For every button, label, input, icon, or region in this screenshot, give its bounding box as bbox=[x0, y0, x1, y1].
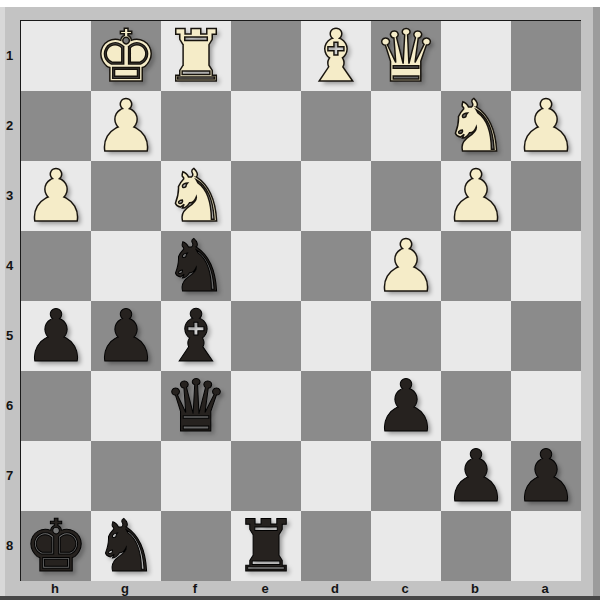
piece-white-king: ♚ bbox=[94, 21, 159, 91]
square-e3[interactable] bbox=[231, 161, 301, 231]
square-a2[interactable]: ♟ bbox=[511, 91, 581, 161]
square-e7[interactable] bbox=[231, 441, 301, 511]
piece-black-pawn: ♟ bbox=[514, 441, 579, 511]
square-d6[interactable] bbox=[301, 371, 371, 441]
piece-white-rook: ♜ bbox=[164, 21, 229, 91]
rank-label-5: 5 bbox=[0, 300, 19, 370]
square-c4[interactable]: ♟ bbox=[371, 231, 441, 301]
square-c3[interactable] bbox=[371, 161, 441, 231]
square-g8[interactable]: ♞ bbox=[91, 511, 161, 581]
square-d3[interactable] bbox=[301, 161, 371, 231]
piece-white-pawn: ♟ bbox=[444, 161, 509, 231]
square-g1[interactable]: ♚ bbox=[91, 21, 161, 91]
piece-black-pawn: ♟ bbox=[24, 301, 89, 371]
file-label-e: e bbox=[230, 580, 300, 597]
square-f5[interactable]: ♝ bbox=[161, 301, 231, 371]
square-a6[interactable] bbox=[511, 371, 581, 441]
square-b3[interactable]: ♟ bbox=[441, 161, 511, 231]
square-b8[interactable] bbox=[441, 511, 511, 581]
square-f7[interactable] bbox=[161, 441, 231, 511]
square-c7[interactable] bbox=[371, 441, 441, 511]
chess-board: ♚♜♝♛♟♞♟♟♞♟♞♟♟♟♝♛♟♟♟♚♞♜ bbox=[20, 20, 581, 581]
piece-white-knight: ♞ bbox=[164, 161, 229, 231]
file-label-g: g bbox=[90, 580, 160, 597]
piece-white-bishop: ♝ bbox=[304, 21, 369, 91]
square-f6[interactable]: ♛ bbox=[161, 371, 231, 441]
file-label-c: c bbox=[370, 580, 440, 597]
frame-right-edge bbox=[593, 7, 600, 600]
square-f4[interactable]: ♞ bbox=[161, 231, 231, 301]
square-f2[interactable] bbox=[161, 91, 231, 161]
square-c1[interactable]: ♛ bbox=[371, 21, 441, 91]
square-a7[interactable]: ♟ bbox=[511, 441, 581, 511]
square-d5[interactable] bbox=[301, 301, 371, 371]
chess-diagram-frame: 12345678 ♚♜♝♛♟♞♟♟♞♟♞♟♟♟♝♛♟♟♟♚♞♜ hgfedcba bbox=[0, 0, 600, 600]
rank-label-3: 3 bbox=[0, 160, 19, 230]
square-b7[interactable]: ♟ bbox=[441, 441, 511, 511]
square-h5[interactable]: ♟ bbox=[21, 301, 91, 371]
square-h1[interactable] bbox=[21, 21, 91, 91]
square-h2[interactable] bbox=[21, 91, 91, 161]
square-f3[interactable]: ♞ bbox=[161, 161, 231, 231]
rank-label-2: 2 bbox=[0, 90, 19, 160]
piece-black-king: ♚ bbox=[24, 511, 89, 581]
square-b5[interactable] bbox=[441, 301, 511, 371]
piece-black-bishop: ♝ bbox=[164, 301, 229, 371]
square-a1[interactable] bbox=[511, 21, 581, 91]
frame-top-edge bbox=[0, 0, 600, 7]
square-d1[interactable]: ♝ bbox=[301, 21, 371, 91]
square-e6[interactable] bbox=[231, 371, 301, 441]
piece-black-knight: ♞ bbox=[164, 231, 229, 301]
square-d2[interactable] bbox=[301, 91, 371, 161]
square-a4[interactable] bbox=[511, 231, 581, 301]
file-label-f: f bbox=[160, 580, 230, 597]
piece-black-pawn: ♟ bbox=[444, 441, 509, 511]
piece-white-queen: ♛ bbox=[374, 21, 439, 91]
square-e4[interactable] bbox=[231, 231, 301, 301]
file-label-d: d bbox=[300, 580, 370, 597]
rank-label-6: 6 bbox=[0, 370, 19, 440]
piece-black-pawn: ♟ bbox=[94, 301, 159, 371]
square-c2[interactable] bbox=[371, 91, 441, 161]
square-b4[interactable] bbox=[441, 231, 511, 301]
square-h6[interactable] bbox=[21, 371, 91, 441]
rank-label-4: 4 bbox=[0, 230, 19, 300]
piece-white-pawn: ♟ bbox=[374, 231, 439, 301]
square-a3[interactable] bbox=[511, 161, 581, 231]
square-e2[interactable] bbox=[231, 91, 301, 161]
piece-black-rook: ♜ bbox=[234, 511, 299, 581]
rank-label-1: 1 bbox=[0, 20, 19, 90]
rank-label-8: 8 bbox=[0, 510, 19, 580]
file-label-b: b bbox=[440, 580, 510, 597]
square-d7[interactable] bbox=[301, 441, 371, 511]
rank-label-7: 7 bbox=[0, 440, 19, 510]
piece-black-pawn: ♟ bbox=[374, 371, 439, 441]
square-h8[interactable]: ♚ bbox=[21, 511, 91, 581]
piece-black-queen: ♛ bbox=[164, 371, 229, 441]
square-g6[interactable] bbox=[91, 371, 161, 441]
square-g2[interactable]: ♟ bbox=[91, 91, 161, 161]
square-d8[interactable] bbox=[301, 511, 371, 581]
square-f1[interactable]: ♜ bbox=[161, 21, 231, 91]
square-g7[interactable] bbox=[91, 441, 161, 511]
file-label-a: a bbox=[510, 580, 580, 597]
square-d4[interactable] bbox=[301, 231, 371, 301]
square-b1[interactable] bbox=[441, 21, 511, 91]
square-c8[interactable] bbox=[371, 511, 441, 581]
square-c6[interactable]: ♟ bbox=[371, 371, 441, 441]
piece-white-pawn: ♟ bbox=[94, 91, 159, 161]
piece-white-pawn: ♟ bbox=[514, 91, 579, 161]
square-h7[interactable] bbox=[21, 441, 91, 511]
square-e1[interactable] bbox=[231, 21, 301, 91]
file-label-h: h bbox=[20, 580, 90, 597]
piece-white-knight: ♞ bbox=[444, 91, 509, 161]
piece-black-knight: ♞ bbox=[94, 511, 159, 581]
square-e5[interactable] bbox=[231, 301, 301, 371]
square-g5[interactable]: ♟ bbox=[91, 301, 161, 371]
square-h3[interactable]: ♟ bbox=[21, 161, 91, 231]
square-g4[interactable] bbox=[91, 231, 161, 301]
piece-white-pawn: ♟ bbox=[24, 161, 89, 231]
square-f8[interactable] bbox=[161, 511, 231, 581]
square-a8[interactable] bbox=[511, 511, 581, 581]
square-b6[interactable] bbox=[441, 371, 511, 441]
square-e8[interactable]: ♜ bbox=[231, 511, 301, 581]
square-b2[interactable]: ♞ bbox=[441, 91, 511, 161]
square-c5[interactable] bbox=[371, 301, 441, 371]
square-g3[interactable] bbox=[91, 161, 161, 231]
square-a5[interactable] bbox=[511, 301, 581, 371]
square-h4[interactable] bbox=[21, 231, 91, 301]
